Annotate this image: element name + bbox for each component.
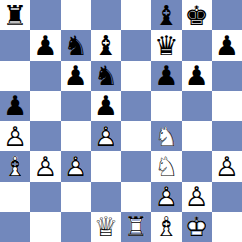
square-d4[interactable]: ♟♙	[91, 121, 121, 151]
square-b8[interactable]	[30, 0, 60, 30]
square-d6[interactable]: ♞	[91, 61, 121, 91]
white-pawn: ♟♙	[151, 182, 181, 212]
square-b3[interactable]: ♟♙	[30, 151, 60, 181]
black-pawn: ♟	[151, 61, 181, 91]
black-pawn: ♟	[182, 61, 212, 91]
square-c5[interactable]	[61, 91, 91, 121]
square-f6[interactable]: ♟	[151, 61, 181, 91]
square-a6[interactable]	[0, 61, 30, 91]
square-a1[interactable]	[0, 212, 30, 242]
black-pawn: ♟	[91, 91, 121, 121]
square-g6[interactable]: ♟	[182, 61, 212, 91]
square-h2[interactable]	[212, 182, 242, 212]
square-b5[interactable]	[30, 91, 60, 121]
square-g2[interactable]: ♟♙	[182, 182, 212, 212]
square-e2[interactable]	[121, 182, 151, 212]
square-c3[interactable]: ♟♙	[61, 151, 91, 181]
square-c6[interactable]: ♟	[61, 61, 91, 91]
square-e4[interactable]	[121, 121, 151, 151]
square-f4[interactable]: ♞♘	[151, 121, 181, 151]
square-a3[interactable]: ♝♗	[0, 151, 30, 181]
square-e6[interactable]	[121, 61, 151, 91]
square-e8[interactable]	[121, 0, 151, 30]
square-a7[interactable]	[0, 30, 30, 60]
square-c8[interactable]	[61, 0, 91, 30]
square-g1[interactable]: ♚♔	[182, 212, 212, 242]
square-f7[interactable]: ♛	[151, 30, 181, 60]
square-d1[interactable]: ♛♕	[91, 212, 121, 242]
black-bishop: ♝	[91, 30, 121, 60]
square-h1[interactable]	[212, 212, 242, 242]
square-a8[interactable]: ♜	[0, 0, 30, 30]
black-pawn: ♟	[30, 30, 60, 60]
square-f5[interactable]	[151, 91, 181, 121]
square-g8[interactable]: ♚	[182, 0, 212, 30]
square-b6[interactable]	[30, 61, 60, 91]
square-h7[interactable]: ♟	[212, 30, 242, 60]
white-bishop: ♝♗	[151, 212, 181, 242]
square-h8[interactable]	[212, 0, 242, 30]
square-b2[interactable]	[30, 182, 60, 212]
black-knight: ♞	[91, 61, 121, 91]
square-a5[interactable]: ♟	[0, 91, 30, 121]
black-rook: ♜	[0, 0, 30, 30]
square-b7[interactable]: ♟	[30, 30, 60, 60]
white-pawn: ♟♙	[0, 121, 30, 151]
square-b4[interactable]	[30, 121, 60, 151]
square-b1[interactable]	[30, 212, 60, 242]
square-d7[interactable]: ♝	[91, 30, 121, 60]
black-pawn: ♟	[0, 91, 30, 121]
square-d2[interactable]	[91, 182, 121, 212]
square-c7[interactable]: ♞	[61, 30, 91, 60]
white-pawn: ♟♙	[91, 121, 121, 151]
white-queen: ♛♕	[91, 212, 121, 242]
square-f8[interactable]: ♝	[151, 0, 181, 30]
white-pawn: ♟♙	[182, 182, 212, 212]
square-d8[interactable]	[91, 0, 121, 30]
square-a4[interactable]: ♟♙	[0, 121, 30, 151]
chess-board: ♜♝♚♟♞♝♛♟♟♞♟♟♟♟♟♙♟♙♞♘♝♗♟♙♟♙♞♘♟♙♟♙♟♙♛♕♜♖♝♗…	[0, 0, 242, 242]
white-bishop: ♝♗	[0, 151, 30, 181]
black-knight: ♞	[61, 30, 91, 60]
square-g3[interactable]	[182, 151, 212, 181]
square-c1[interactable]	[61, 212, 91, 242]
black-bishop: ♝	[151, 0, 181, 30]
square-c2[interactable]	[61, 182, 91, 212]
square-f2[interactable]: ♟♙	[151, 182, 181, 212]
square-d3[interactable]	[91, 151, 121, 181]
square-h4[interactable]	[212, 121, 242, 151]
black-pawn: ♟	[61, 61, 91, 91]
white-king: ♚♔	[182, 212, 212, 242]
square-f3[interactable]: ♞♘	[151, 151, 181, 181]
square-e3[interactable]	[121, 151, 151, 181]
white-rook: ♜♖	[121, 212, 151, 242]
white-knight: ♞♘	[151, 151, 181, 181]
black-queen: ♛	[151, 30, 181, 60]
square-h3[interactable]: ♟♙	[212, 151, 242, 181]
black-pawn: ♟	[212, 30, 242, 60]
square-h6[interactable]	[212, 61, 242, 91]
square-e7[interactable]	[121, 30, 151, 60]
white-pawn: ♟♙	[61, 151, 91, 181]
chess-board-container: ♜♝♚♟♞♝♛♟♟♞♟♟♟♟♟♙♟♙♞♘♝♗♟♙♟♙♞♘♟♙♟♙♟♙♛♕♜♖♝♗…	[0, 0, 242, 242]
square-h5[interactable]	[212, 91, 242, 121]
white-knight: ♞♘	[151, 121, 181, 151]
square-g7[interactable]	[182, 30, 212, 60]
square-f1[interactable]: ♝♗	[151, 212, 181, 242]
square-e5[interactable]	[121, 91, 151, 121]
square-g5[interactable]	[182, 91, 212, 121]
white-pawn: ♟♙	[30, 151, 60, 181]
square-e1[interactable]: ♜♖	[121, 212, 151, 242]
square-d5[interactable]: ♟	[91, 91, 121, 121]
black-king: ♚	[182, 0, 212, 30]
square-a2[interactable]	[0, 182, 30, 212]
square-c4[interactable]	[61, 121, 91, 151]
square-g4[interactable]	[182, 121, 212, 151]
white-pawn: ♟♙	[212, 151, 242, 181]
